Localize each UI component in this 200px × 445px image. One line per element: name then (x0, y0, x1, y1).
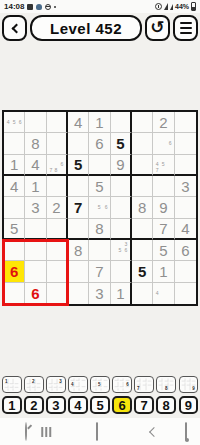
cell-r3c4[interactable]: 5 (68, 155, 89, 176)
cell-r5c6[interactable] (111, 197, 132, 218)
mini-grid: 1 (4, 378, 20, 391)
cell-r9c6[interactable]: 1 (111, 283, 132, 304)
cell-r2c2[interactable]: 8 (25, 133, 46, 154)
digit-button-5[interactable]: 5 (90, 396, 110, 414)
cell-value: 4 (10, 179, 18, 194)
cell-value: 6 (181, 243, 189, 258)
home-button[interactable] (96, 423, 98, 441)
battery-percent: 44% (175, 3, 189, 10)
note-button-5[interactable]: 5 (90, 376, 110, 393)
cell-r8c5[interactable]: 7 (89, 261, 110, 282)
battery-icon (191, 2, 196, 11)
digit-button-3[interactable]: 3 (46, 396, 66, 414)
cell-value: 4 (74, 115, 82, 130)
hand-notification-icon (36, 4, 42, 10)
cell-r3c1[interactable]: 1 (4, 155, 25, 176)
cell-value: 1 (95, 115, 103, 130)
screen-capture-button[interactable] (25, 423, 27, 441)
cell-r2c6[interactable]: 5 (111, 133, 132, 154)
cell-value: 3 (31, 200, 39, 215)
cell-r6c9[interactable]: 4 (175, 219, 196, 240)
cell-value: 7 (95, 264, 103, 279)
cell-value: 5 (159, 243, 167, 258)
cell-r3c7[interactable] (132, 155, 153, 176)
digit-button-6[interactable]: 6 (112, 396, 132, 414)
cell-r8c9[interactable] (175, 261, 196, 282)
cell-value: 4 (31, 157, 39, 172)
cell-r4c1[interactable]: 4 (4, 176, 25, 197)
cell-r4c4[interactable] (68, 176, 89, 197)
cell-r5c1[interactable] (4, 197, 25, 218)
cell-r8c3[interactable] (47, 261, 68, 282)
note-button-9[interactable]: 9 (179, 376, 199, 393)
cell-r2c8[interactable]: 6 (153, 133, 174, 154)
cell-value: 5 (74, 157, 82, 172)
cell-r9c7[interactable] (132, 283, 153, 304)
cell-r3c2[interactable]: 4 (25, 155, 46, 176)
digit-button-2[interactable]: 2 (24, 396, 44, 414)
cell-r6c1[interactable]: 5 (4, 219, 25, 240)
cell-r7c2[interactable] (25, 240, 46, 261)
cell-value: 1 (10, 157, 18, 172)
cell-r4c2[interactable]: 1 (25, 176, 46, 197)
cell-r7c9[interactable]: 6 (175, 240, 196, 261)
cell-r1c2[interactable] (25, 112, 46, 133)
cell-r6c3[interactable] (47, 219, 68, 240)
cell-r5c4[interactable]: 7 (68, 197, 89, 218)
cell-r3c5[interactable] (89, 155, 110, 176)
status-bar: 14:08 44% (0, 0, 200, 13)
cell-value: 5 (116, 136, 124, 151)
back-button[interactable] (2, 15, 27, 41)
mini-grid: 2 (26, 378, 42, 391)
note-button-6[interactable]: 6 (112, 376, 132, 393)
wifi-icon (164, 3, 168, 10)
cell-r2c3[interactable] (47, 133, 68, 154)
digit-buttons-row: 123456789 (2, 396, 198, 414)
cell-r8c7[interactable]: 5 (132, 261, 153, 282)
cell-r7c8[interactable]: 5 (153, 240, 174, 261)
clock-time: 14:08 (4, 2, 24, 11)
cell-r4c7[interactable] (132, 176, 153, 197)
cell-r2c1[interactable] (4, 133, 25, 154)
cell-value: 2 (52, 200, 60, 215)
notification-icon (27, 4, 33, 10)
digit-button-1[interactable]: 1 (2, 396, 22, 414)
signal-icon (170, 4, 173, 10)
cell-r1c1[interactable]: 456 (4, 112, 25, 133)
cell-r6c4[interactable] (68, 219, 89, 240)
cell-r7c7[interactable] (132, 240, 153, 261)
cell-value: 1 (116, 286, 124, 301)
cell-r1c6[interactable] (111, 112, 132, 133)
cell-value: 3 (181, 179, 189, 194)
keyboard-switch-button[interactable] (185, 423, 187, 441)
pencil-marks: 6 (154, 134, 172, 152)
cell-value: 4 (181, 221, 189, 236)
cell-r8c2[interactable] (25, 261, 46, 282)
screen-capture-icon (25, 422, 27, 441)
digit-button-4[interactable]: 4 (68, 396, 88, 414)
cell-value: 2 (159, 115, 167, 130)
mini-grid: 7 (136, 378, 152, 391)
cell-r5c9[interactable] (175, 197, 196, 218)
cell-r6c2[interactable] (25, 219, 46, 240)
cell-r1c9[interactable] (175, 112, 196, 133)
cell-r7c5[interactable] (89, 240, 110, 261)
note-button-4[interactable]: 4 (68, 376, 88, 393)
cell-value: 9 (116, 157, 124, 172)
cell-value: 8 (95, 221, 103, 236)
menu-button[interactable] (173, 15, 198, 41)
cell-r7c4[interactable]: 8 (68, 240, 89, 261)
mini-grid: 9 (181, 378, 197, 391)
pencil-marks: 456 (5, 113, 23, 131)
nav-back-button[interactable] (149, 427, 159, 437)
pencil-marks: 56 (90, 198, 108, 216)
digit-button-7[interactable]: 7 (134, 396, 154, 414)
cell-r2c7[interactable] (132, 133, 153, 154)
hamburger-icon (180, 22, 192, 35)
cell-r2c5[interactable]: 6 (89, 133, 110, 154)
cell-value: 6 (31, 286, 39, 301)
cell-value: 1 (31, 179, 39, 194)
cell-r9c5[interactable]: 3 (89, 283, 110, 304)
note-button-7[interactable]: 7 (134, 376, 154, 393)
cell-value: 1 (159, 264, 167, 279)
cell-r9c3[interactable] (47, 283, 68, 304)
cell-value: 8 (138, 200, 146, 215)
mini-grid: 4 (70, 378, 86, 391)
cell-value: 5 (95, 179, 103, 194)
chevron-left-icon (11, 23, 21, 33)
note-button-1[interactable]: 1 (2, 376, 22, 393)
page-title: Level 452 (30, 15, 142, 41)
cell-r5c8[interactable]: 9 (153, 197, 174, 218)
cell-r8c4[interactable] (68, 261, 89, 282)
cell-r9c9[interactable] (175, 283, 196, 304)
cell-r5c2[interactable]: 3 (25, 197, 46, 218)
cell-r4c6[interactable] (111, 176, 132, 197)
android-nav-bar (0, 418, 200, 445)
cell-r9c4[interactable] (68, 283, 89, 304)
cell-r2c9[interactable] (175, 133, 196, 154)
cell-r3c6[interactable]: 9 (111, 155, 132, 176)
pencil-marks: 356 (112, 241, 129, 259)
cell-value: 6 (10, 264, 18, 279)
dot-icon (54, 6, 56, 8)
pencil-marks: 678 (48, 156, 65, 173)
cell-value: 7 (159, 221, 167, 236)
cell-r4c9[interactable]: 3 (175, 176, 196, 197)
cell-r2c4[interactable] (68, 133, 89, 154)
header: Level 452 ↺ (2, 15, 198, 41)
cell-r3c9[interactable] (175, 155, 196, 176)
cell-r9c2[interactable]: 6 (25, 283, 46, 304)
mini-grid: 6 (114, 378, 130, 391)
cell-value: 8 (31, 136, 39, 151)
cell-value: 5 (10, 221, 18, 236)
cell-r3c8[interactable]: 457 (153, 155, 174, 176)
note-button-2[interactable]: 2 (24, 376, 44, 393)
cell-r9c1[interactable] (4, 283, 25, 304)
recent-apps-icon (41, 427, 51, 437)
mini-grid: 3 (48, 378, 64, 391)
home-icon (96, 422, 98, 441)
cell-value: 9 (159, 200, 167, 215)
undo-button[interactable]: ↺ (145, 15, 170, 41)
digit-button-9[interactable]: 9 (179, 396, 199, 414)
alarm-icon (155, 3, 162, 10)
cell-r8c8[interactable]: 1 (153, 261, 174, 282)
cell-r4c3[interactable] (47, 176, 68, 197)
cell-value: 5 (138, 264, 146, 279)
cell-r3c3[interactable]: 678 (47, 155, 68, 176)
recent-apps-button[interactable] (41, 427, 51, 437)
cell-r1c3[interactable] (47, 112, 68, 133)
sudoku-board: 4564128656146785945741533275689587483565… (2, 110, 198, 306)
cell-value: 8 (74, 243, 82, 258)
cell-r1c8[interactable]: 2 (153, 112, 174, 133)
cell-value: 6 (95, 136, 103, 151)
keyboard-switch-icon (185, 422, 187, 441)
cell-r4c5[interactable]: 5 (89, 176, 110, 197)
cell-r6c7[interactable] (132, 219, 153, 240)
cell-r7c1[interactable] (4, 240, 25, 261)
mini-grid: 5 (92, 378, 108, 391)
note-button-8[interactable]: 8 (156, 376, 176, 393)
undo-icon: ↺ (150, 19, 164, 36)
cell-r4c8[interactable] (153, 176, 174, 197)
cell-value: 7 (74, 200, 82, 215)
cell-value: 3 (95, 286, 103, 301)
cell-r8c1[interactable]: 6 (4, 261, 25, 282)
cell-r5c5[interactable]: 56 (89, 197, 110, 218)
note-button-3[interactable]: 3 (46, 376, 66, 393)
cell-r6c8[interactable]: 7 (153, 219, 174, 240)
cell-r7c6[interactable]: 356 (111, 240, 132, 261)
cell-r5c3[interactable]: 2 (47, 197, 68, 218)
cell-r5c7[interactable]: 8 (132, 197, 153, 218)
cell-r1c7[interactable] (132, 112, 153, 133)
cell-r8c6[interactable] (111, 261, 132, 282)
note-buttons-row: 123456789 (2, 376, 198, 393)
cell-r1c4[interactable]: 4 (68, 112, 89, 133)
cell-r1c5[interactable]: 1 (89, 112, 110, 133)
cell-r6c5[interactable]: 8 (89, 219, 110, 240)
pencil-marks: 457 (154, 156, 172, 173)
data-saver-icon (45, 4, 51, 10)
digit-button-8[interactable]: 8 (156, 396, 176, 414)
pencil-marks: 4 (154, 284, 172, 303)
cell-r9c8[interactable]: 4 (153, 283, 174, 304)
cell-r7c3[interactable] (47, 240, 68, 261)
cell-r6c6[interactable] (111, 219, 132, 240)
mini-grid: 8 (158, 378, 174, 391)
